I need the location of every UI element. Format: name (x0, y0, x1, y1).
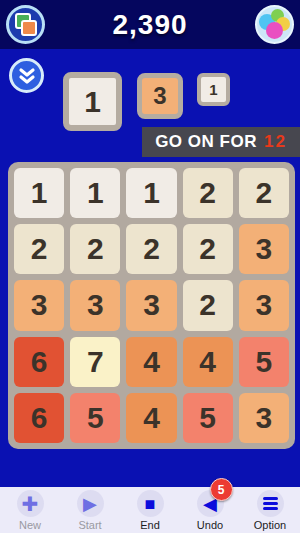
undo-button[interactable]: ◀ 5 Undo (180, 487, 240, 531)
start-button-label: Start (78, 519, 101, 531)
goal-banner-target: 12 (264, 132, 287, 152)
goal-banner-label: GO ON FOR (155, 132, 257, 152)
new-button-label: New (19, 519, 41, 531)
board-cell-r3c4[interactable]: 2 (183, 280, 233, 330)
top-bar: 2,390 (0, 0, 300, 49)
board-cell-r2c4[interactable]: 2 (183, 224, 233, 274)
board-cell-r4c1[interactable]: 6 (14, 337, 64, 387)
board-cell-r4c3[interactable]: 4 (126, 337, 176, 387)
queue-tile-next: 1 (63, 72, 122, 131)
board-cell-r4c5[interactable]: 5 (239, 337, 289, 387)
board-cell-r2c3[interactable]: 2 (126, 224, 176, 274)
board-cell-r3c1[interactable]: 3 (14, 280, 64, 330)
board-cell-r5c4[interactable]: 5 (183, 393, 233, 443)
start-button[interactable]: ▶ Start (60, 487, 120, 531)
end-button-label: End (140, 519, 160, 531)
board-cell-r4c4[interactable]: 4 (183, 337, 233, 387)
end-button[interactable]: ■ End (120, 487, 180, 531)
game-center-button[interactable] (255, 5, 294, 44)
board-cell-r1c5[interactable]: 2 (239, 168, 289, 218)
board-cell-r1c2[interactable]: 1 (70, 168, 120, 218)
board-cell-r3c2[interactable]: 3 (70, 280, 120, 330)
board-cell-r3c3[interactable]: 3 (126, 280, 176, 330)
board-cell-r5c1[interactable]: 6 (14, 393, 64, 443)
queue-tile-second: 3 (137, 73, 183, 119)
goal-banner: GO ON FOR 12 (142, 127, 300, 157)
board-cell-r3c5[interactable]: 3 (239, 280, 289, 330)
option-button-label: Option (254, 519, 286, 531)
stop-square-icon: ■ (145, 495, 156, 513)
board-grid: 1112222223333236744565453 (14, 168, 289, 443)
board-cell-r1c3[interactable]: 1 (126, 168, 176, 218)
undo-button-label: Undo (197, 519, 223, 531)
collapse-button[interactable] (9, 58, 44, 93)
undo-count-badge: 5 (210, 478, 233, 501)
game-screen: 2,390 1 3 1 GO ON FOR 12 111222222333323… (0, 0, 300, 533)
menu-bars-icon (263, 497, 278, 510)
board-cell-r5c2[interactable]: 5 (70, 393, 120, 443)
board-cell-r2c1[interactable]: 2 (14, 224, 64, 274)
board-cell-r5c3[interactable]: 4 (126, 393, 176, 443)
board-cell-r4c2[interactable]: 7 (70, 337, 120, 387)
board-cell-r2c2[interactable]: 2 (70, 224, 120, 274)
new-button[interactable]: ✚ New (0, 487, 60, 531)
board-cell-r5c5[interactable]: 3 (239, 393, 289, 443)
board-cell-r2c5[interactable]: 3 (239, 224, 289, 274)
option-button[interactable]: Option (240, 487, 300, 531)
game-center-icon (266, 22, 283, 39)
play-icon: ▶ (83, 495, 97, 513)
game-board: 1112222223333236744565453 (8, 162, 295, 449)
board-cell-r1c4[interactable]: 2 (183, 168, 233, 218)
bottom-toolbar: ✚ New ▶ Start ■ End ◀ 5 Undo (0, 487, 300, 533)
board-cell-r1c1[interactable]: 1 (14, 168, 64, 218)
double-chevron-down-icon (16, 65, 38, 87)
queue-tile-third: 1 (197, 73, 230, 106)
plus-icon: ✚ (22, 494, 39, 514)
